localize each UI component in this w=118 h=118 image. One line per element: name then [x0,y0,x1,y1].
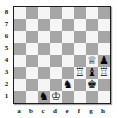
square-h7[interactable] [98,19,110,31]
rank-label-7: 7 [2,18,11,30]
square-a1[interactable] [14,91,26,103]
white-queen[interactable]: ♕ [87,55,97,67]
rank-label-6: 6 [2,30,11,42]
square-g1[interactable] [86,91,98,103]
file-label-c: c [37,106,49,117]
square-d3[interactable] [50,67,62,79]
square-c4[interactable] [38,55,50,67]
square-f1[interactable] [74,91,86,103]
square-e6[interactable] [62,31,74,43]
square-f2[interactable] [74,79,86,91]
square-g2[interactable]: ♚ [86,79,98,91]
square-h1[interactable] [98,91,110,103]
square-b1[interactable] [26,91,38,103]
square-c7[interactable] [38,19,50,31]
file-label-d: d [49,106,61,117]
square-b8[interactable] [26,7,38,19]
square-c8[interactable] [38,7,50,19]
black-pawn[interactable]: ♟ [99,55,109,67]
square-h8[interactable] [98,7,110,19]
square-e7[interactable] [62,19,74,31]
rank-label-1: 1 [2,90,11,102]
file-label-e: e [61,106,73,117]
square-c1[interactable]: ♞ [38,91,50,103]
square-g5[interactable] [86,43,98,55]
square-a4[interactable] [14,55,26,67]
rank-label-4: 4 [2,54,11,66]
square-f5[interactable] [74,43,86,55]
white-rook[interactable]: ♖ [99,67,109,79]
square-e2[interactable]: ♞ [62,79,74,91]
square-c2[interactable] [38,79,50,91]
square-b4[interactable] [26,55,38,67]
square-a5[interactable] [14,43,26,55]
square-b3[interactable] [26,67,38,79]
rank-labels: 8 7 6 5 4 3 2 1 [2,6,11,102]
square-h5[interactable] [98,43,110,55]
square-f8[interactable] [74,7,86,19]
square-c6[interactable] [38,31,50,43]
rank-label-5: 5 [2,42,11,54]
square-d8[interactable] [50,7,62,19]
square-b5[interactable] [26,43,38,55]
square-e3[interactable] [62,67,74,79]
square-e8[interactable] [62,7,74,19]
board-frame: ♕♟♖♝♖♞♚♞♔ [13,6,111,104]
square-a7[interactable] [14,19,26,31]
square-a8[interactable] [14,7,26,19]
square-a6[interactable] [14,31,26,43]
black-bishop[interactable]: ♝ [87,67,97,79]
rank-label-2: 2 [2,78,11,90]
square-d1[interactable]: ♔ [50,91,62,103]
chess-board: ♕♟♖♝♖♞♚♞♔ [14,7,110,103]
square-h6[interactable] [98,31,110,43]
file-label-f: f [73,106,85,117]
file-label-h: h [97,106,109,117]
square-f4[interactable] [74,55,86,67]
square-h3[interactable]: ♖ [98,67,110,79]
white-king[interactable]: ♔ [51,91,61,103]
square-e1[interactable] [62,91,74,103]
square-e5[interactable] [62,43,74,55]
black-knight[interactable]: ♞ [39,91,49,103]
white-rook[interactable]: ♖ [75,67,85,79]
square-e4[interactable] [62,55,74,67]
rank-label-8: 8 [2,6,11,18]
file-label-b: b [25,106,37,117]
square-f3[interactable]: ♖ [74,67,86,79]
file-labels: a b c d e f g h [13,106,109,117]
square-b7[interactable] [26,19,38,31]
chess-diagram: 8 7 6 5 4 3 2 1 ♕♟♖♝♖♞♚♞♔ a b c d e f g … [0,0,118,118]
square-h2[interactable] [98,79,110,91]
square-a2[interactable] [14,79,26,91]
square-g8[interactable] [86,7,98,19]
black-king[interactable]: ♚ [87,79,97,91]
file-label-a: a [13,106,25,117]
square-b2[interactable] [26,79,38,91]
square-a3[interactable] [14,67,26,79]
square-g7[interactable] [86,19,98,31]
square-d7[interactable] [50,19,62,31]
file-label-g: g [85,106,97,117]
square-f6[interactable] [74,31,86,43]
square-c5[interactable] [38,43,50,55]
square-g3[interactable]: ♝ [86,67,98,79]
square-b6[interactable] [26,31,38,43]
square-h4[interactable]: ♟ [98,55,110,67]
square-f7[interactable] [74,19,86,31]
square-g6[interactable] [86,31,98,43]
square-d4[interactable] [50,55,62,67]
square-d6[interactable] [50,31,62,43]
square-d2[interactable] [50,79,62,91]
black-knight[interactable]: ♞ [63,79,73,91]
square-c3[interactable] [38,67,50,79]
square-d5[interactable] [50,43,62,55]
rank-label-3: 3 [2,66,11,78]
square-g4[interactable]: ♕ [86,55,98,67]
